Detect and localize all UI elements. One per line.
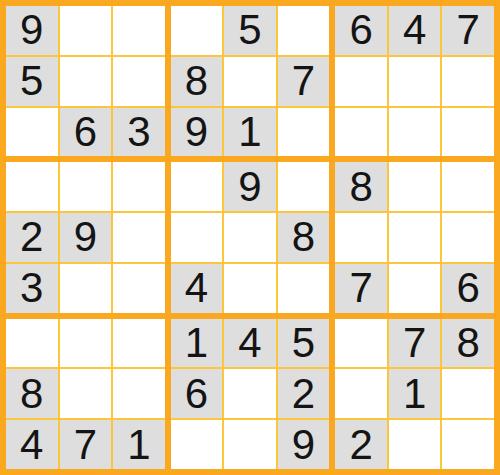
cell-r7c9: 8 [442, 319, 494, 368]
cell-r8c2[interactable] [60, 369, 112, 418]
cell-r1c6[interactable] [278, 6, 330, 55]
cell-r6c8[interactable] [389, 264, 441, 313]
cell-r7c7[interactable] [335, 319, 387, 368]
cell-r1c3[interactable] [113, 6, 165, 55]
cell-r9c2: 7 [60, 420, 112, 469]
cell-r7c3[interactable] [113, 319, 165, 368]
cell-r2c5[interactable] [224, 57, 276, 106]
cell-r6c1: 3 [6, 264, 58, 313]
cell-r9c8[interactable] [389, 420, 441, 469]
cell-r2c9[interactable] [442, 57, 494, 106]
cell-r1c1: 9 [6, 6, 58, 55]
cell-r1c5: 5 [224, 6, 276, 55]
cell-r8c1: 8 [6, 369, 58, 418]
cell-r9c1: 4 [6, 420, 58, 469]
cell-r5c7[interactable] [335, 213, 387, 262]
cell-r4c5: 9 [224, 162, 276, 211]
box-5: 984 [171, 162, 330, 312]
cell-r6c2[interactable] [60, 264, 112, 313]
cell-r9c4[interactable] [171, 420, 223, 469]
cell-r4c6[interactable] [278, 162, 330, 211]
cell-r5c8[interactable] [389, 213, 441, 262]
cell-r6c6[interactable] [278, 264, 330, 313]
cell-r5c9[interactable] [442, 213, 494, 262]
cell-r4c4[interactable] [171, 162, 223, 211]
cell-r3c4: 9 [171, 108, 223, 157]
box-3: 647 [335, 6, 494, 156]
cell-r5c3[interactable] [113, 213, 165, 262]
box-2: 58791 [171, 6, 330, 156]
cell-r1c8: 4 [389, 6, 441, 55]
cell-r8c4: 6 [171, 369, 223, 418]
cell-r7c8: 7 [389, 319, 441, 368]
cell-r4c8[interactable] [389, 162, 441, 211]
cell-r8c6: 2 [278, 369, 330, 418]
cell-r1c4[interactable] [171, 6, 223, 55]
cell-r3c6[interactable] [278, 108, 330, 157]
cell-r7c4: 1 [171, 319, 223, 368]
cell-r4c3[interactable] [113, 162, 165, 211]
cell-r3c9[interactable] [442, 108, 494, 157]
cell-r3c8[interactable] [389, 108, 441, 157]
cell-r9c6: 9 [278, 420, 330, 469]
cell-r6c5[interactable] [224, 264, 276, 313]
cell-r2c3[interactable] [113, 57, 165, 106]
cell-r9c5[interactable] [224, 420, 276, 469]
cell-r6c4: 4 [171, 264, 223, 313]
cell-r5c4[interactable] [171, 213, 223, 262]
cell-r7c1[interactable] [6, 319, 58, 368]
box-7: 8471 [6, 319, 165, 469]
cell-r4c1[interactable] [6, 162, 58, 211]
sudoku-board: 95635879164729398487684711456297812 [0, 0, 500, 475]
cell-r2c7[interactable] [335, 57, 387, 106]
cell-r3c5: 1 [224, 108, 276, 157]
cell-r7c5: 4 [224, 319, 276, 368]
cell-r8c7[interactable] [335, 369, 387, 418]
cell-r2c2[interactable] [60, 57, 112, 106]
cell-r3c3: 3 [113, 108, 165, 157]
cell-r5c6: 8 [278, 213, 330, 262]
cell-r5c5[interactable] [224, 213, 276, 262]
box-4: 293 [6, 162, 165, 312]
cell-r8c3[interactable] [113, 369, 165, 418]
cell-r1c7: 6 [335, 6, 387, 55]
cell-r3c7[interactable] [335, 108, 387, 157]
cell-r4c2[interactable] [60, 162, 112, 211]
cell-r6c9: 6 [442, 264, 494, 313]
cell-r6c7: 7 [335, 264, 387, 313]
cell-r7c6: 5 [278, 319, 330, 368]
cell-r1c9: 7 [442, 6, 494, 55]
box-1: 9563 [6, 6, 165, 156]
cell-r8c9[interactable] [442, 369, 494, 418]
cell-r3c2: 6 [60, 108, 112, 157]
cell-r2c8[interactable] [389, 57, 441, 106]
cell-r4c7: 8 [335, 162, 387, 211]
cell-r2c6: 7 [278, 57, 330, 106]
cell-r9c9[interactable] [442, 420, 494, 469]
cell-r4c9[interactable] [442, 162, 494, 211]
cell-r8c8: 1 [389, 369, 441, 418]
cell-r3c1[interactable] [6, 108, 58, 157]
box-8: 145629 [171, 319, 330, 469]
cell-r2c1: 5 [6, 57, 58, 106]
cell-r2c4: 8 [171, 57, 223, 106]
cell-r1c2[interactable] [60, 6, 112, 55]
cell-r6c3[interactable] [113, 264, 165, 313]
cell-r5c1: 2 [6, 213, 58, 262]
cell-r9c3: 1 [113, 420, 165, 469]
box-6: 876 [335, 162, 494, 312]
cell-r8c5[interactable] [224, 369, 276, 418]
cell-r7c2[interactable] [60, 319, 112, 368]
cell-r5c2: 9 [60, 213, 112, 262]
box-9: 7812 [335, 319, 494, 469]
cell-r9c7: 2 [335, 420, 387, 469]
